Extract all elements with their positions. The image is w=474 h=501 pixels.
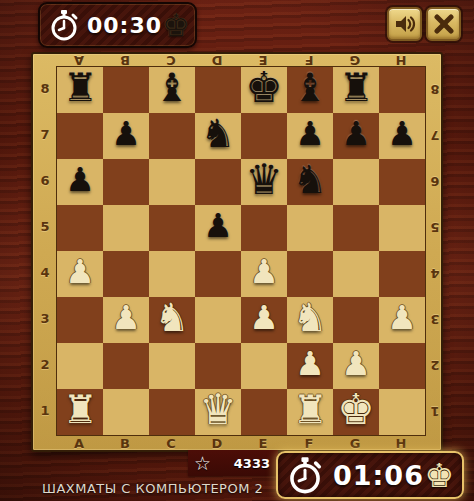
white-pawn-piece[interactable]: ♟ [111, 295, 141, 341]
black-queen-piece[interactable]: ♛ [245, 157, 283, 203]
square-g4[interactable] [333, 251, 379, 297]
white-pawn-piece[interactable]: ♟ [249, 295, 279, 341]
square-b1[interactable] [103, 389, 149, 435]
score-strip: ☆ 4333 [188, 450, 278, 476]
square-e2[interactable] [241, 343, 287, 389]
square-a6[interactable]: ♟ [57, 159, 103, 205]
white-pawn-piece[interactable]: ♟ [341, 341, 371, 387]
square-a5[interactable] [57, 205, 103, 251]
rank-label-right-8: 8 [426, 66, 444, 112]
square-c1[interactable] [149, 389, 195, 435]
square-h6[interactable] [379, 159, 425, 205]
square-a4[interactable]: ♟ [57, 251, 103, 297]
white-king-piece[interactable]: ♚ [337, 387, 375, 433]
black-pawn-piece[interactable]: ♟ [203, 203, 233, 249]
white-pawn-piece[interactable]: ♟ [387, 295, 417, 341]
rank-label-left-2: 2 [36, 342, 54, 388]
square-g8[interactable]: ♜ [333, 67, 379, 113]
square-f4[interactable] [287, 251, 333, 297]
black-knight-piece[interactable]: ♞ [293, 157, 328, 203]
square-b5[interactable] [103, 205, 149, 251]
square-c3[interactable]: ♞ [149, 297, 195, 343]
square-g7[interactable]: ♟ [333, 113, 379, 159]
file-label-bottom-a: A [56, 435, 102, 453]
square-f2[interactable]: ♟ [287, 343, 333, 389]
square-h7[interactable]: ♟ [379, 113, 425, 159]
square-d4[interactable] [195, 251, 241, 297]
rank-label-left-7: 7 [36, 112, 54, 158]
square-e5[interactable] [241, 205, 287, 251]
rank-label-left-5: 5 [36, 204, 54, 250]
square-d2[interactable] [195, 343, 241, 389]
square-b8[interactable] [103, 67, 149, 113]
square-b3[interactable]: ♟ [103, 297, 149, 343]
square-e4[interactable]: ♟ [241, 251, 287, 297]
white-timer-value: 01:06 [333, 460, 424, 491]
square-d7[interactable]: ♞ [195, 113, 241, 159]
black-pawn-piece[interactable]: ♟ [111, 111, 141, 157]
rank-label-left-1: 1 [36, 388, 54, 434]
square-b4[interactable] [103, 251, 149, 297]
black-king-piece[interactable]: ♚ [245, 65, 283, 111]
square-b2[interactable] [103, 343, 149, 389]
rank-label-right-7: 7 [426, 112, 444, 158]
white-knight-piece[interactable]: ♞ [293, 295, 328, 341]
square-f8[interactable]: ♝ [287, 67, 333, 113]
rank-label-left-4: 4 [36, 250, 54, 296]
square-b6[interactable] [103, 159, 149, 205]
white-timer-panel: 01:06 ♚ [276, 451, 464, 499]
white-knight-piece[interactable]: ♞ [155, 295, 190, 341]
white-queen-piece[interactable]: ♛ [199, 387, 237, 433]
black-timer-value: 00:30 [87, 13, 162, 38]
square-g2[interactable]: ♟ [333, 343, 379, 389]
rank-label-right-2: 2 [426, 342, 444, 388]
close-icon [434, 14, 454, 34]
black-bishop-piece[interactable]: ♝ [293, 65, 328, 111]
app-title: ШАХМАТЫ С КОМПЬЮТЕРОМ 2 [42, 481, 263, 496]
stopwatch-icon [49, 9, 79, 41]
square-g6[interactable] [333, 159, 379, 205]
score-value: 4333 [234, 456, 270, 471]
square-c5[interactable] [149, 205, 195, 251]
black-rook-piece[interactable]: ♜ [339, 65, 374, 111]
square-a2[interactable] [57, 343, 103, 389]
white-rook-piece[interactable]: ♜ [293, 387, 328, 433]
square-f7[interactable]: ♟ [287, 113, 333, 159]
black-king-icon: ♚ [162, 10, 190, 41]
black-pawn-piece[interactable]: ♟ [387, 111, 417, 157]
square-b7[interactable]: ♟ [103, 113, 149, 159]
chess-board-frame: ♜♝♚♝♜♟♞♟♟♟♟♛♞♟♟♟♟♞♟♞♟♟♟♜♛♜♚ 88AA77BB66CC… [31, 52, 443, 452]
square-a3[interactable] [57, 297, 103, 343]
rank-label-right-6: 6 [426, 158, 444, 204]
square-d5[interactable]: ♟ [195, 205, 241, 251]
file-label-top-b: B [102, 53, 148, 67]
rank-label-left-3: 3 [36, 296, 54, 342]
white-rook-piece[interactable]: ♜ [63, 387, 98, 433]
black-timer-panel: 00:30 ♚ [38, 2, 197, 48]
rank-label-right-1: 1 [426, 388, 444, 434]
file-label-top-h: H [378, 53, 424, 67]
square-c7[interactable] [149, 113, 195, 159]
square-f5[interactable] [287, 205, 333, 251]
file-label-bottom-b: B [102, 435, 148, 453]
square-h8[interactable] [379, 67, 425, 113]
square-g3[interactable] [333, 297, 379, 343]
square-h4[interactable] [379, 251, 425, 297]
black-knight-piece[interactable]: ♞ [201, 111, 236, 157]
star-icon[interactable]: ☆ [194, 454, 211, 473]
black-pawn-piece[interactable]: ♟ [295, 111, 325, 157]
black-rook-piece[interactable]: ♜ [63, 65, 98, 111]
rank-label-right-5: 5 [426, 204, 444, 250]
square-c8[interactable]: ♝ [149, 67, 195, 113]
chess-app-window: 00:30 ♚ ♜♝♚♝♜♟♞♟♟♟♟♛♞♟♟♟♟♞♟♞♟♟♟♜♛♜♚ 88AA… [0, 0, 474, 501]
square-g1[interactable]: ♚ [333, 389, 379, 435]
black-bishop-piece[interactable]: ♝ [155, 65, 190, 111]
square-d8[interactable] [195, 67, 241, 113]
black-pawn-piece[interactable]: ♟ [341, 111, 371, 157]
square-f3[interactable]: ♞ [287, 297, 333, 343]
square-e6[interactable]: ♛ [241, 159, 287, 205]
square-c2[interactable] [149, 343, 195, 389]
rank-label-left-8: 8 [36, 66, 54, 112]
file-label-top-d: D [194, 53, 240, 67]
square-d1[interactable]: ♛ [195, 389, 241, 435]
square-c6[interactable] [149, 159, 195, 205]
square-e8[interactable]: ♚ [241, 67, 287, 113]
sound-button[interactable] [387, 7, 422, 41]
close-button[interactable] [426, 7, 461, 41]
square-a8[interactable]: ♜ [57, 67, 103, 113]
square-a1[interactable]: ♜ [57, 389, 103, 435]
square-e3[interactable]: ♟ [241, 297, 287, 343]
square-c4[interactable] [149, 251, 195, 297]
square-g5[interactable] [333, 205, 379, 251]
square-h2[interactable] [379, 343, 425, 389]
rank-label-right-4: 4 [426, 250, 444, 296]
white-pawn-piece[interactable]: ♟ [295, 341, 325, 387]
rank-label-right-3: 3 [426, 296, 444, 342]
square-f1[interactable]: ♜ [287, 389, 333, 435]
white-pawn-piece[interactable]: ♟ [249, 249, 279, 295]
square-e7[interactable] [241, 113, 287, 159]
rank-label-left-6: 6 [36, 158, 54, 204]
board-grid: ♜♝♚♝♜♟♞♟♟♟♟♛♞♟♟♟♟♞♟♞♟♟♟♜♛♜♚ [56, 66, 426, 436]
white-king-icon: ♚ [424, 459, 454, 492]
square-h5[interactable] [379, 205, 425, 251]
square-d3[interactable] [195, 297, 241, 343]
square-f6[interactable]: ♞ [287, 159, 333, 205]
square-e1[interactable] [241, 389, 287, 435]
black-pawn-piece[interactable]: ♟ [65, 157, 95, 203]
white-pawn-piece[interactable]: ♟ [65, 249, 95, 295]
square-d6[interactable] [195, 159, 241, 205]
square-h1[interactable] [379, 389, 425, 435]
stopwatch-icon [287, 456, 323, 494]
square-h3[interactable]: ♟ [379, 297, 425, 343]
square-a7[interactable] [57, 113, 103, 159]
speaker-icon [394, 14, 416, 34]
